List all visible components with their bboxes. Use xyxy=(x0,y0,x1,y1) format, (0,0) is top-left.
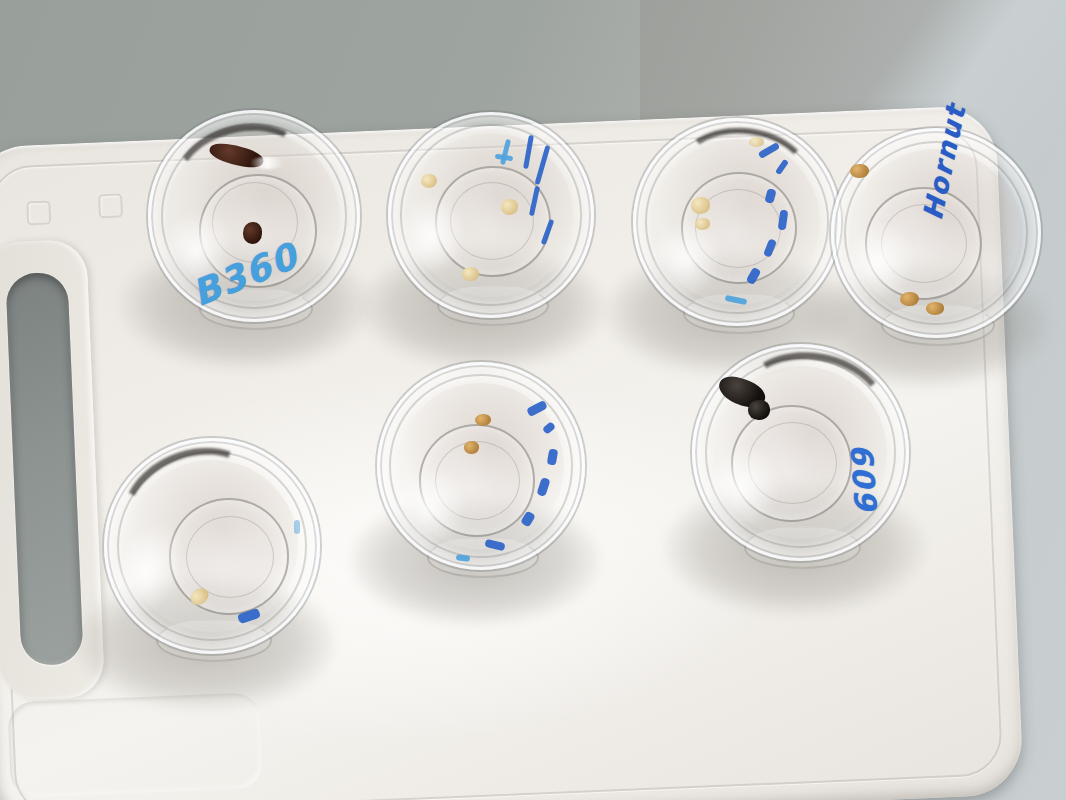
seed xyxy=(748,400,770,420)
sparkle xyxy=(250,157,284,170)
seed xyxy=(926,302,945,315)
cup-2 xyxy=(388,112,594,318)
seed xyxy=(462,267,478,281)
seed xyxy=(691,197,710,214)
cup-7: 609 xyxy=(692,344,909,561)
cup-4: Hornut xyxy=(831,128,1041,338)
cup-6 xyxy=(377,362,585,570)
cup-label: 609 xyxy=(844,443,884,514)
cup-base-inner xyxy=(186,516,274,598)
cup-1: B360 xyxy=(148,110,360,322)
cup-5 xyxy=(104,438,320,654)
cup-3 xyxy=(633,118,841,326)
seed xyxy=(243,222,262,243)
seed xyxy=(464,441,479,453)
embossed-icon xyxy=(26,200,51,225)
seed xyxy=(501,199,517,215)
seed xyxy=(850,164,869,179)
seed xyxy=(749,137,764,147)
embossed-icon xyxy=(98,193,123,218)
photo-scene: B360 xyxy=(0,0,1066,800)
